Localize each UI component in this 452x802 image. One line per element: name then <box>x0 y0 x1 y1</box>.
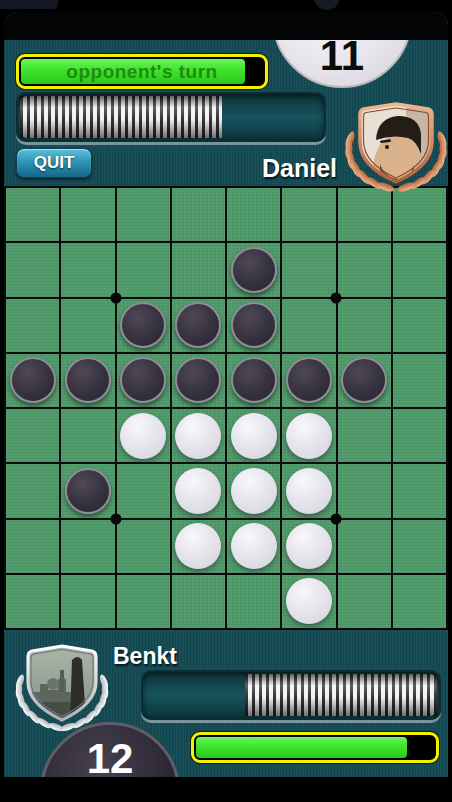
board-cell[interactable] <box>61 520 114 573</box>
black-disc <box>65 357 111 403</box>
board-cell[interactable] <box>338 188 391 241</box>
othello-board <box>4 186 448 630</box>
white-disc <box>175 523 221 569</box>
black-disc <box>65 468 111 514</box>
black-disc <box>120 357 166 403</box>
board-cell[interactable] <box>282 243 335 296</box>
board-cell[interactable] <box>393 188 446 241</box>
board-cell[interactable] <box>227 243 280 296</box>
board-cell[interactable] <box>393 575 446 628</box>
board-cell[interactable] <box>282 354 335 407</box>
board-cell[interactable] <box>117 520 170 573</box>
white-disc <box>231 413 277 459</box>
board-cell[interactable] <box>117 409 170 462</box>
board-cell[interactable] <box>61 464 114 517</box>
board-cell[interactable] <box>172 520 225 573</box>
local-timer-fill <box>196 737 407 758</box>
board-cell[interactable] <box>172 464 225 517</box>
board-cell[interactable] <box>6 409 59 462</box>
board-cell[interactable] <box>227 354 280 407</box>
board-cell[interactable] <box>393 409 446 462</box>
black-disc <box>286 357 332 403</box>
local-avatar-shield-icon <box>14 640 110 736</box>
game-screen: 11 opponent's turn QUIT Daniel <box>0 0 452 802</box>
board-cell[interactable] <box>393 243 446 296</box>
local-name: Benkt <box>113 643 177 670</box>
local-avatar <box>14 640 110 736</box>
board-cell[interactable] <box>172 188 225 241</box>
opponent-avatar-shield-icon <box>342 94 448 194</box>
black-disc <box>231 247 277 293</box>
board-cell[interactable] <box>117 575 170 628</box>
board-cell[interactable] <box>6 464 59 517</box>
board-cell[interactable] <box>172 575 225 628</box>
board-cell[interactable] <box>282 188 335 241</box>
opponent-progress-fill <box>20 96 222 138</box>
board-cell[interactable] <box>61 575 114 628</box>
board-cell[interactable] <box>227 464 280 517</box>
board-cell[interactable] <box>61 409 114 462</box>
board-cell[interactable] <box>282 575 335 628</box>
board-cell[interactable] <box>282 520 335 573</box>
opponent-progress-bar <box>16 92 326 142</box>
black-disc <box>10 357 56 403</box>
board-cell[interactable] <box>172 409 225 462</box>
camera-hole <box>314 0 340 10</box>
opponent-name: Daniel <box>204 154 337 183</box>
board-star-point <box>331 293 342 304</box>
black-disc <box>175 357 221 403</box>
white-disc <box>231 523 277 569</box>
white-disc <box>120 413 166 459</box>
board-cell[interactable] <box>172 243 225 296</box>
white-disc <box>286 468 332 514</box>
local-progress-fill <box>245 674 437 716</box>
board-star-point <box>111 514 122 525</box>
quit-button[interactable]: QUIT <box>16 148 92 178</box>
black-disc <box>175 302 221 348</box>
board-cell[interactable] <box>282 299 335 352</box>
othello-app-window: 11 opponent's turn QUIT Daniel <box>4 12 448 802</box>
bottom-black-bar <box>0 777 452 802</box>
board-cell[interactable] <box>282 409 335 462</box>
board-cell[interactable] <box>172 354 225 407</box>
board-cell[interactable] <box>6 188 59 241</box>
board-cell[interactable] <box>393 520 446 573</box>
board-cell[interactable] <box>282 464 335 517</box>
board-cell[interactable] <box>227 188 280 241</box>
board-cell[interactable] <box>117 464 170 517</box>
board-cell[interactable] <box>338 520 391 573</box>
board-cell[interactable] <box>61 243 114 296</box>
opponent-photo <box>360 104 432 184</box>
opponent-avatar <box>342 94 448 194</box>
board-cell[interactable] <box>338 575 391 628</box>
board-cell[interactable] <box>227 520 280 573</box>
black-disc <box>231 357 277 403</box>
white-disc <box>286 523 332 569</box>
board-cell[interactable] <box>393 299 446 352</box>
board-cell[interactable] <box>393 464 446 517</box>
status-bar-notch <box>0 0 58 9</box>
board-cell[interactable] <box>117 299 170 352</box>
local-timer-bar <box>191 732 439 763</box>
board-cell[interactable] <box>338 409 391 462</box>
board-cell[interactable] <box>172 299 225 352</box>
board-cell[interactable] <box>227 299 280 352</box>
board-star-point <box>331 514 342 525</box>
board-cell[interactable] <box>338 354 391 407</box>
white-disc <box>175 468 221 514</box>
local-score-value: 12 <box>87 735 134 783</box>
board-cell[interactable] <box>227 409 280 462</box>
board-cell[interactable] <box>61 354 114 407</box>
turn-status-text: opponent's turn <box>19 57 265 86</box>
board-cell[interactable] <box>117 243 170 296</box>
top-black-bar <box>4 12 448 40</box>
board-cell[interactable] <box>6 354 59 407</box>
turn-timer-bar: opponent's turn <box>16 54 268 89</box>
board-cell[interactable] <box>393 354 446 407</box>
board-cell[interactable] <box>6 575 59 628</box>
board-cell[interactable] <box>338 464 391 517</box>
white-disc <box>231 468 277 514</box>
board-cell[interactable] <box>338 299 391 352</box>
board-cell[interactable] <box>6 299 59 352</box>
local-photo <box>28 646 96 720</box>
white-disc <box>286 578 332 624</box>
board-cell[interactable] <box>61 299 114 352</box>
white-disc <box>286 413 332 459</box>
black-disc <box>231 302 277 348</box>
board-cell[interactable] <box>227 575 280 628</box>
board-cell[interactable] <box>117 188 170 241</box>
board-cell[interactable] <box>117 354 170 407</box>
board-cell[interactable] <box>61 188 114 241</box>
black-disc <box>120 302 166 348</box>
board-cell[interactable] <box>6 520 59 573</box>
board-cell[interactable] <box>6 243 59 296</box>
local-progress-bar <box>141 670 441 720</box>
black-disc <box>341 357 387 403</box>
board-cell[interactable] <box>338 243 391 296</box>
board-star-point <box>111 293 122 304</box>
white-disc <box>175 413 221 459</box>
